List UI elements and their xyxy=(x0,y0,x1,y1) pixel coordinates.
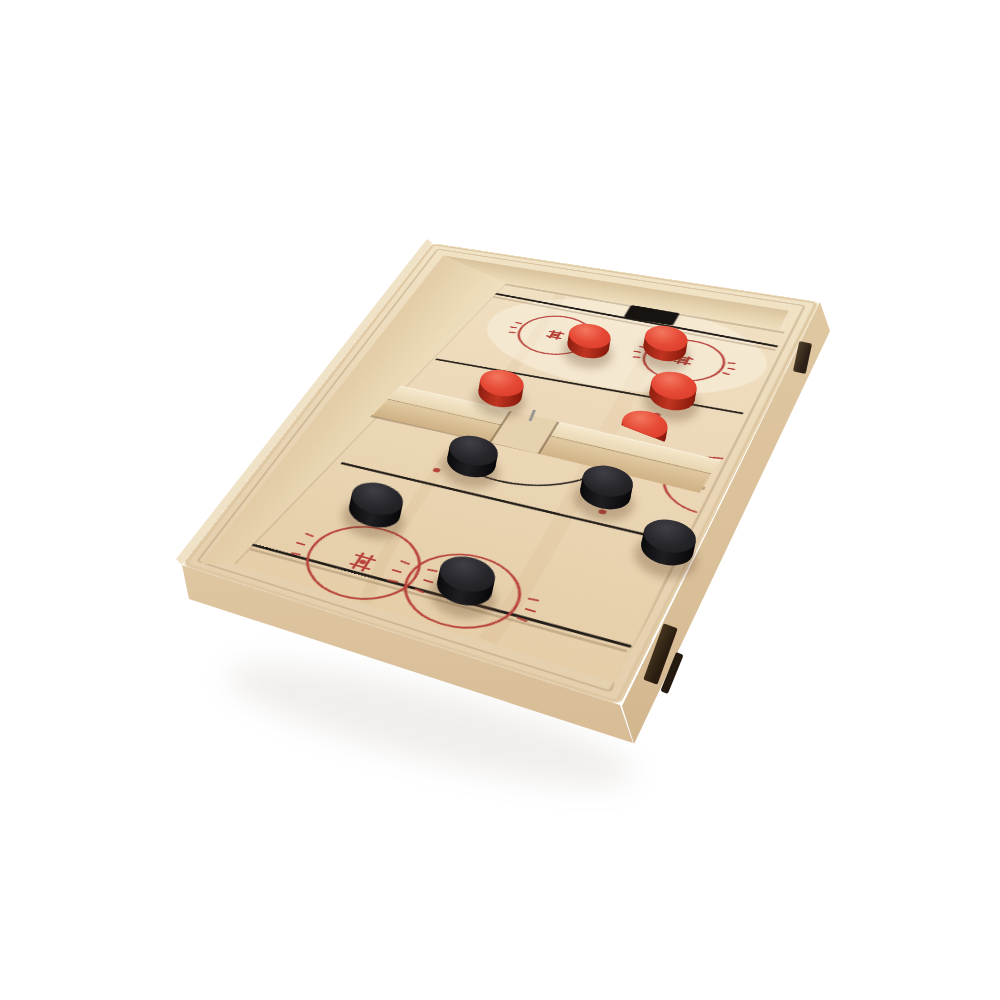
puck-black-5[interactable] xyxy=(434,552,499,611)
puck-red-2[interactable] xyxy=(641,322,689,363)
puck-red-3[interactable] xyxy=(476,367,525,410)
puck-red-1[interactable] xyxy=(566,321,613,361)
puck-black-1[interactable] xyxy=(444,431,500,481)
puck-black-2[interactable] xyxy=(577,462,635,514)
sling-puck-board xyxy=(182,243,820,705)
puck-red-4[interactable] xyxy=(647,368,699,413)
product-photo-sling-puck xyxy=(0,0,1000,1000)
puck-black-4[interactable] xyxy=(637,515,698,570)
